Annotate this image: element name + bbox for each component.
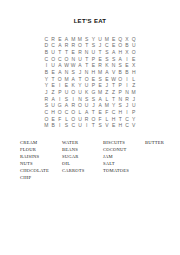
- word-item: SALT: [103, 160, 141, 167]
- grid-cell-r3c12: H: [117, 49, 124, 56]
- grid-cell-r12c8: T: [90, 109, 97, 116]
- word-item: CARROTS: [62, 167, 100, 174]
- grid-cell-r14c2: B: [50, 122, 57, 129]
- word-item: TOMATOES: [103, 167, 141, 174]
- grid-cell-r9c9: M: [97, 89, 104, 96]
- grid-cell-r9c6: U: [77, 89, 84, 96]
- grid-cell-r9c5: O: [70, 89, 77, 96]
- grid-cell-r3c11: A: [110, 49, 117, 56]
- grid-cell-r12c5: O: [70, 109, 77, 116]
- word-item: BEANS: [62, 146, 100, 153]
- word-item: SUGAR: [62, 153, 100, 160]
- grid-cell-r3c7: N: [83, 49, 90, 56]
- grid-cell-r9c10: Z: [103, 89, 110, 96]
- word-item: WATER: [62, 139, 100, 146]
- grid-cell-r6c8: H: [90, 69, 97, 76]
- grid-cell-r12c1: C: [43, 109, 50, 116]
- grid-cell-r12c9: E: [97, 109, 104, 116]
- grid-cell-r6c2: E: [50, 69, 57, 76]
- grid-cell-r9c14: M: [130, 89, 137, 96]
- word-item: COCONUT: [103, 146, 141, 153]
- grid-cell-r6c10: A: [103, 69, 110, 76]
- grid-cell-r9c12: P: [117, 89, 124, 96]
- grid-cell-r6c9: M: [97, 69, 104, 76]
- grid-cell-r14c3: I: [56, 122, 63, 129]
- grid-cell-r14c6: U: [77, 122, 84, 129]
- letter-grid: CREAMMSYUMEQXQDCARROTSJCEOBUBUTTERNUTSAH…: [43, 36, 137, 129]
- grid-cell-r6c1: B: [43, 69, 50, 76]
- grid-cell-r3c2: U: [50, 49, 57, 56]
- grid-cell-r12c3: O: [56, 109, 63, 116]
- grid-cell-r6c4: N: [63, 69, 70, 76]
- grid-cell-r6c3: A: [56, 69, 63, 76]
- grid-cell-r9c2: Z: [50, 89, 57, 96]
- grid-cell-r12c12: H: [117, 109, 124, 116]
- grid-cell-r12c2: H: [50, 109, 57, 116]
- grid-cell-r3c13: X: [124, 49, 131, 56]
- grid-cell-r12c6: L: [77, 109, 84, 116]
- word-item: BUTTER: [145, 139, 180, 146]
- grid-cell-r14c9: S: [97, 122, 104, 129]
- word-list-column-2: WATERBEANSSUGAROILCARROTS: [62, 139, 100, 174]
- grid-cell-r12c10: F: [103, 109, 110, 116]
- word-list-column-1: CREAMFLOURRAISINSNUTSCHOCOLATE CHIP: [20, 139, 58, 181]
- grid-cell-r3c3: T: [56, 49, 63, 56]
- grid-cell-r12c4: C: [63, 109, 70, 116]
- word-item: RAISINS: [20, 153, 58, 160]
- grid-cell-r9c11: Z: [110, 89, 117, 96]
- grid-cell-r14c11: E: [110, 122, 117, 129]
- word-item: BISCUITS: [103, 139, 141, 146]
- grid-cell-r3c14: O: [130, 49, 137, 56]
- word-item: FLOUR: [20, 146, 58, 153]
- word-search-page: LET'S EAT CREAMMSYUMEQXQDCARROTSJCEOBUBU…: [0, 0, 180, 255]
- word-list-column-3: BISCUITSCOCONUTJAMSALTTOMATOES: [103, 139, 141, 174]
- grid-cell-r14c4: S: [63, 122, 70, 129]
- grid-cell-r9c13: N: [124, 89, 131, 96]
- grid-cell-r6c7: N: [83, 69, 90, 76]
- grid-cell-r9c3: P: [56, 89, 63, 96]
- grid-cell-r14c10: V: [103, 122, 110, 129]
- grid-cell-r3c9: T: [97, 49, 104, 56]
- grid-cell-r9c1: J: [43, 89, 50, 96]
- grid-cell-r14c1: M: [43, 122, 50, 129]
- grid-cell-r6c14: H: [130, 69, 137, 76]
- grid-cell-r6c13: B: [124, 69, 131, 76]
- grid-cell-r9c8: G: [90, 89, 97, 96]
- grid-cell-r14c5: C: [70, 122, 77, 129]
- grid-cell-r6c5: S: [70, 69, 77, 76]
- grid-cell-r14c8: T: [90, 122, 97, 129]
- grid-cell-r9c4: U: [63, 89, 70, 96]
- grid-cell-r12c14: P: [130, 109, 137, 116]
- grid-cell-r12c11: C: [110, 109, 117, 116]
- grid-cell-r14c13: C: [124, 122, 131, 129]
- grid-cell-r3c5: E: [70, 49, 77, 56]
- word-item: JAM: [103, 153, 141, 160]
- grid-cell-r12c7: A: [83, 109, 90, 116]
- grid-cell-r6c12: B: [117, 69, 124, 76]
- grid-cell-r3c6: R: [77, 49, 84, 56]
- word-item: CREAM: [20, 139, 58, 146]
- puzzle-title: LET'S EAT: [0, 18, 180, 24]
- word-list-column-4: BUTTER: [145, 139, 180, 146]
- grid-cell-r6c11: V: [110, 69, 117, 76]
- word-item: NUTS: [20, 160, 58, 167]
- grid-cell-r3c4: T: [63, 49, 70, 56]
- grid-cell-r14c7: I: [83, 122, 90, 129]
- grid-cell-r3c1: B: [43, 49, 50, 56]
- grid-cell-r6c6: J: [77, 69, 84, 76]
- word-item: CHOCOLATE CHIP: [20, 167, 58, 181]
- word-item: OIL: [62, 160, 100, 167]
- grid-cell-r3c10: S: [103, 49, 110, 56]
- grid-cell-r9c7: K: [83, 89, 90, 96]
- grid-cell-r12c13: I: [124, 109, 131, 116]
- grid-cell-r14c12: H: [117, 122, 124, 129]
- grid-cell-r3c8: U: [90, 49, 97, 56]
- grid-cell-r14c14: V: [130, 122, 137, 129]
